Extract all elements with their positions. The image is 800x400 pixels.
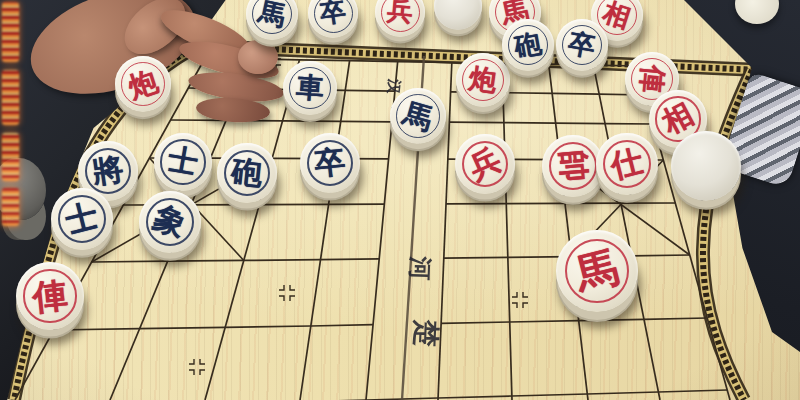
photo-stage: 汉界河楚 馬卒兵馬相炮車馬炮砲卒俥相將士砲卒兵帥仕士象俥馬	[0, 0, 800, 400]
piece-character: 兵	[373, 0, 427, 39]
piece-black-soldier-deep[interactable]: 卒	[556, 19, 608, 71]
piece-character: 卒	[305, 0, 361, 41]
piece-red-horse[interactable]: 馬	[556, 230, 638, 312]
piece-captured-red-soldier[interactable]: 兵	[375, 0, 425, 37]
piece-black-chariot[interactable]: 車	[283, 61, 337, 115]
piece-black-elephant[interactable]: 象	[139, 191, 201, 253]
piece-character: 卒	[552, 15, 612, 75]
piece-black-advisor-2[interactable]: 士	[51, 188, 113, 250]
piece-black-horse-river[interactable]: 馬	[390, 88, 446, 144]
piece-black-cannon[interactable]: 砲	[217, 143, 277, 203]
piece-captured-black-soldier[interactable]: 卒	[308, 0, 358, 38]
piece-red-chariot-deep[interactable]: 俥	[16, 262, 84, 330]
piece-character: 卒	[297, 130, 363, 196]
river-label-楚: 楚	[410, 318, 442, 348]
piece-black-soldier[interactable]: 卒	[300, 133, 360, 193]
piece-character: 砲	[214, 140, 280, 206]
piece-red-cannon-deep[interactable]: 炮	[115, 56, 171, 112]
piece-black-advisor-1[interactable]: 士	[154, 133, 212, 191]
piece-red-cannon[interactable]: 炮	[456, 53, 510, 107]
piece-face-down-piece[interactable]	[671, 131, 741, 201]
piece-character: 砲	[498, 15, 558, 75]
piece-character: 俥	[13, 259, 88, 334]
piece-red-advisor[interactable]: 仕	[596, 133, 658, 195]
blue-fabric-patch	[84, 16, 128, 54]
piece-black-cannon-far[interactable]: 砲	[502, 19, 554, 71]
river-label-河: 河	[406, 255, 435, 281]
piece-character: 車	[281, 59, 339, 117]
piece-red-soldier[interactable]: 兵	[455, 134, 515, 194]
piece-captured-black-horse[interactable]: 馬	[246, 0, 298, 40]
